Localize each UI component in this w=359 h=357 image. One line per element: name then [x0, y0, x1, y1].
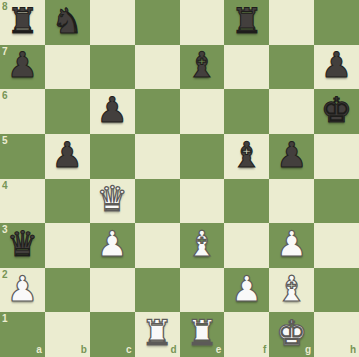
square-b3[interactable] [45, 223, 90, 268]
square-b8[interactable]: ♞ [45, 0, 90, 45]
square-e3[interactable]: ♝ [180, 223, 225, 268]
white-bishop[interactable]: ♝ [186, 227, 217, 262]
square-b4[interactable] [45, 179, 90, 224]
black-pawn[interactable]: ♟ [7, 48, 38, 83]
square-g6[interactable] [269, 89, 314, 134]
square-b5[interactable]: ♟ [45, 134, 90, 179]
square-d8[interactable] [135, 0, 180, 45]
square-b7[interactable] [45, 45, 90, 90]
white-queen[interactable]: ♛ [96, 182, 127, 217]
white-bishop[interactable]: ♝ [276, 272, 307, 307]
white-king[interactable]: ♚ [276, 316, 307, 351]
square-g3[interactable]: ♟ [269, 223, 314, 268]
square-h5[interactable] [314, 134, 359, 179]
black-pawn[interactable]: ♟ [321, 48, 352, 83]
square-d6[interactable] [135, 89, 180, 134]
file-label-f: f [263, 345, 266, 355]
square-g1[interactable]: g♚ [269, 312, 314, 357]
square-c6[interactable]: ♟ [90, 89, 135, 134]
square-g4[interactable] [269, 179, 314, 224]
rank-label-5: 5 [2, 136, 8, 146]
square-f7[interactable] [224, 45, 269, 90]
rank-label-1: 1 [2, 314, 8, 324]
black-knight[interactable]: ♞ [52, 4, 83, 39]
file-label-a: a [36, 345, 42, 355]
square-a7[interactable]: 7♟ [0, 45, 45, 90]
square-d5[interactable] [135, 134, 180, 179]
square-e5[interactable] [180, 134, 225, 179]
square-h7[interactable]: ♟ [314, 45, 359, 90]
square-f4[interactable] [224, 179, 269, 224]
square-e4[interactable] [180, 179, 225, 224]
black-bishop[interactable]: ♝ [231, 138, 262, 173]
square-f6[interactable] [224, 89, 269, 134]
square-h1[interactable]: h [314, 312, 359, 357]
square-c2[interactable] [90, 268, 135, 313]
square-b6[interactable] [45, 89, 90, 134]
white-pawn[interactable]: ♟ [7, 272, 38, 307]
square-c3[interactable]: ♟ [90, 223, 135, 268]
square-a2[interactable]: 2♟ [0, 268, 45, 313]
white-rook[interactable]: ♜ [186, 316, 217, 351]
black-pawn[interactable]: ♟ [276, 138, 307, 173]
square-f3[interactable] [224, 223, 269, 268]
square-b1[interactable]: b [45, 312, 90, 357]
rank-label-4: 4 [2, 181, 8, 191]
square-h6[interactable]: ♚ [314, 89, 359, 134]
square-c1[interactable]: c [90, 312, 135, 357]
file-label-b: b [81, 345, 87, 355]
square-d2[interactable] [135, 268, 180, 313]
square-h3[interactable] [314, 223, 359, 268]
square-g7[interactable] [269, 45, 314, 90]
square-b2[interactable] [45, 268, 90, 313]
square-c8[interactable] [90, 0, 135, 45]
square-e1[interactable]: e♜ [180, 312, 225, 357]
square-a5[interactable]: 5 [0, 134, 45, 179]
square-e8[interactable] [180, 0, 225, 45]
square-d3[interactable] [135, 223, 180, 268]
rank-label-6: 6 [2, 91, 8, 101]
square-e7[interactable]: ♝ [180, 45, 225, 90]
square-g2[interactable]: ♝ [269, 268, 314, 313]
square-e2[interactable] [180, 268, 225, 313]
square-d4[interactable] [135, 179, 180, 224]
square-g8[interactable] [269, 0, 314, 45]
square-h4[interactable] [314, 179, 359, 224]
square-a4[interactable]: 4 [0, 179, 45, 224]
black-king[interactable]: ♚ [321, 93, 352, 128]
square-d1[interactable]: d♜ [135, 312, 180, 357]
black-queen[interactable]: ♛ [7, 227, 38, 262]
white-pawn[interactable]: ♟ [276, 227, 307, 262]
square-d7[interactable] [135, 45, 180, 90]
square-f8[interactable]: ♜ [224, 0, 269, 45]
square-e6[interactable] [180, 89, 225, 134]
square-c5[interactable] [90, 134, 135, 179]
square-c7[interactable] [90, 45, 135, 90]
square-c4[interactable]: ♛ [90, 179, 135, 224]
black-pawn[interactable]: ♟ [96, 93, 127, 128]
black-rook[interactable]: ♜ [231, 4, 262, 39]
square-a8[interactable]: 8♜ [0, 0, 45, 45]
square-f2[interactable]: ♟ [224, 268, 269, 313]
square-a6[interactable]: 6 [0, 89, 45, 134]
black-rook[interactable]: ♜ [7, 4, 38, 39]
square-g5[interactable]: ♟ [269, 134, 314, 179]
square-f1[interactable]: f [224, 312, 269, 357]
white-rook[interactable]: ♜ [141, 316, 172, 351]
file-label-h: h [350, 345, 356, 355]
square-h8[interactable] [314, 0, 359, 45]
square-f5[interactable]: ♝ [224, 134, 269, 179]
square-h2[interactable] [314, 268, 359, 313]
white-pawn[interactable]: ♟ [96, 227, 127, 262]
chess-board: 8♜♞♜7♟♝♟6♟♚5♟♝♟4♛3♛♟♝♟2♟♟♝1abcd♜e♜fg♚h [0, 0, 359, 357]
black-pawn[interactable]: ♟ [52, 138, 83, 173]
white-pawn[interactable]: ♟ [231, 272, 262, 307]
square-a3[interactable]: 3♛ [0, 223, 45, 268]
file-label-c: c [126, 345, 132, 355]
square-a1[interactable]: 1a [0, 312, 45, 357]
black-bishop[interactable]: ♝ [186, 48, 217, 83]
